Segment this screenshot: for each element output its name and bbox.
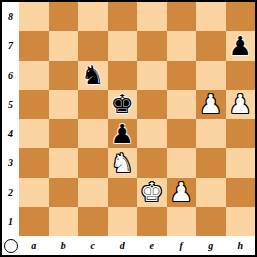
piece-white-pawn-f2[interactable]: ♟: [170, 179, 193, 205]
rank-labels: 87654321: [2, 2, 19, 236]
square-e2[interactable]: ♚: [137, 178, 167, 207]
piece-white-pawn-g5[interactable]: ♟: [199, 91, 222, 117]
square-d6[interactable]: [108, 61, 138, 90]
square-h3[interactable]: [226, 148, 256, 177]
side-to-move-indicator: [2, 236, 19, 255]
rank-label-3: 3: [2, 148, 19, 177]
square-f5[interactable]: [167, 90, 197, 119]
square-f6[interactable]: [167, 61, 197, 90]
file-label-h: h: [226, 236, 256, 255]
file-label-f: f: [167, 236, 197, 255]
file-label-d: d: [108, 236, 138, 255]
square-d3[interactable]: ♞: [108, 148, 138, 177]
piece-white-pawn-h5[interactable]: ♟: [229, 91, 252, 117]
square-h7[interactable]: ♟: [226, 31, 256, 60]
square-c5[interactable]: [78, 90, 108, 119]
square-c3[interactable]: [78, 148, 108, 177]
square-g2[interactable]: [196, 178, 226, 207]
square-f1[interactable]: [167, 207, 197, 236]
piece-white-knight-d3[interactable]: ♞: [111, 150, 134, 176]
square-c8[interactable]: [78, 2, 108, 31]
file-label-b: b: [49, 236, 79, 255]
square-f8[interactable]: [167, 2, 197, 31]
square-h5[interactable]: ♟: [226, 90, 256, 119]
file-label-c: c: [78, 236, 108, 255]
square-g1[interactable]: [196, 207, 226, 236]
rank-label-1: 1: [2, 207, 19, 236]
square-a4[interactable]: [19, 119, 49, 148]
square-e3[interactable]: [137, 148, 167, 177]
file-label-e: e: [137, 236, 167, 255]
square-a2[interactable]: [19, 178, 49, 207]
rank-label-5: 5: [2, 90, 19, 119]
square-a5[interactable]: [19, 90, 49, 119]
square-d2[interactable]: [108, 178, 138, 207]
square-g5[interactable]: ♟: [196, 90, 226, 119]
square-e8[interactable]: [137, 2, 167, 31]
piece-black-pawn-h7[interactable]: ♟: [229, 33, 252, 59]
square-d7[interactable]: [108, 31, 138, 60]
square-h2[interactable]: [226, 178, 256, 207]
square-d5[interactable]: ♚: [108, 90, 138, 119]
square-c6[interactable]: ♞: [78, 61, 108, 90]
square-b5[interactable]: [49, 90, 79, 119]
square-f3[interactable]: [167, 148, 197, 177]
rank-label-7: 7: [2, 31, 19, 60]
square-d8[interactable]: [108, 2, 138, 31]
square-f4[interactable]: [167, 119, 197, 148]
rank-label-6: 6: [2, 61, 19, 90]
square-g7[interactable]: [196, 31, 226, 60]
piece-black-knight-c6[interactable]: ♞: [81, 62, 104, 88]
square-c4[interactable]: [78, 119, 108, 148]
square-c7[interactable]: [78, 31, 108, 60]
square-g4[interactable]: [196, 119, 226, 148]
chess-diagram: 87654321 ♟♞♚♟♟♟♞♚♟ abcdefgh: [0, 0, 257, 257]
square-c1[interactable]: [78, 207, 108, 236]
white-to-move-circle-icon: [4, 239, 18, 253]
square-b6[interactable]: [49, 61, 79, 90]
file-labels: abcdefgh: [19, 236, 255, 255]
square-e4[interactable]: [137, 119, 167, 148]
square-b7[interactable]: [49, 31, 79, 60]
square-a6[interactable]: [19, 61, 49, 90]
square-a8[interactable]: [19, 2, 49, 31]
rank-label-2: 2: [2, 178, 19, 207]
square-b1[interactable]: [49, 207, 79, 236]
square-g8[interactable]: [196, 2, 226, 31]
piece-black-king-d5[interactable]: ♚: [111, 91, 134, 117]
square-e6[interactable]: [137, 61, 167, 90]
piece-black-pawn-d4[interactable]: ♟: [111, 121, 134, 147]
square-h1[interactable]: [226, 207, 256, 236]
file-label-g: g: [196, 236, 226, 255]
square-e5[interactable]: [137, 90, 167, 119]
square-e1[interactable]: [137, 207, 167, 236]
square-a3[interactable]: [19, 148, 49, 177]
square-f7[interactable]: [167, 31, 197, 60]
square-b8[interactable]: [49, 2, 79, 31]
file-label-a: a: [19, 236, 49, 255]
square-h8[interactable]: [226, 2, 256, 31]
square-g6[interactable]: [196, 61, 226, 90]
square-f2[interactable]: ♟: [167, 178, 197, 207]
square-d1[interactable]: [108, 207, 138, 236]
chess-board: ♟♞♚♟♟♟♞♚♟: [19, 2, 255, 236]
square-g3[interactable]: [196, 148, 226, 177]
square-b3[interactable]: [49, 148, 79, 177]
square-h4[interactable]: [226, 119, 256, 148]
piece-white-king-e2[interactable]: ♚: [140, 179, 163, 205]
rank-label-8: 8: [2, 2, 19, 31]
square-c2[interactable]: [78, 178, 108, 207]
square-e7[interactable]: [137, 31, 167, 60]
square-a7[interactable]: [19, 31, 49, 60]
rank-label-4: 4: [2, 119, 19, 148]
square-b2[interactable]: [49, 178, 79, 207]
square-a1[interactable]: [19, 207, 49, 236]
square-d4[interactable]: ♟: [108, 119, 138, 148]
square-b4[interactable]: [49, 119, 79, 148]
square-h6[interactable]: [226, 61, 256, 90]
